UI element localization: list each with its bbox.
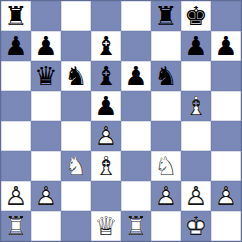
square-e4[interactable] xyxy=(121,121,151,151)
square-f7[interactable] xyxy=(151,31,181,61)
square-h5[interactable] xyxy=(211,91,241,121)
piece-black-rook[interactable]: ♜ xyxy=(151,1,181,31)
square-h8[interactable] xyxy=(211,1,241,31)
square-a7[interactable]: ♟ xyxy=(1,31,31,61)
square-f8[interactable]: ♜ xyxy=(151,1,181,31)
square-h7[interactable]: ♟ xyxy=(211,31,241,61)
piece-black-pawn[interactable]: ♟ xyxy=(91,91,121,121)
square-e2[interactable] xyxy=(121,181,151,211)
piece-outline-layer: ♖ xyxy=(1,211,31,241)
square-g3[interactable] xyxy=(181,151,211,181)
square-g6[interactable] xyxy=(181,61,211,91)
square-d1[interactable]: ♛♕ xyxy=(91,211,121,241)
piece-black-pawn[interactable]: ♟ xyxy=(1,31,31,61)
square-e3[interactable] xyxy=(121,151,151,181)
square-b5[interactable] xyxy=(31,91,61,121)
square-g7[interactable]: ♟ xyxy=(181,31,211,61)
square-a5[interactable] xyxy=(1,91,31,121)
piece-outline-layer: ♔ xyxy=(181,211,211,241)
square-h3[interactable] xyxy=(211,151,241,181)
square-e7[interactable] xyxy=(121,31,151,61)
square-a2[interactable]: ♟♙ xyxy=(1,181,31,211)
piece-black-bishop[interactable]: ♝ xyxy=(91,61,121,91)
square-b8[interactable] xyxy=(31,1,61,31)
square-e6[interactable]: ♟ xyxy=(121,61,151,91)
square-f2[interactable]: ♟♙ xyxy=(151,181,181,211)
piece-white-pawn[interactable]: ♟♙ xyxy=(91,121,121,151)
chess-board: ♜♜♚♟♟♝♟♟♛♞♝♟♞♟♝♗♟♙♞♘♝♗♞♘♟♙♟♙♟♙♟♙♟♙♜♖♛♕♜♖… xyxy=(0,0,242,242)
square-e8[interactable] xyxy=(121,1,151,31)
square-d8[interactable] xyxy=(91,1,121,31)
piece-outline-layer: ♖ xyxy=(121,211,151,241)
square-h2[interactable]: ♟♙ xyxy=(211,181,241,211)
square-a8[interactable]: ♜ xyxy=(1,1,31,31)
piece-black-knight[interactable]: ♞ xyxy=(151,61,181,91)
square-d4[interactable]: ♟♙ xyxy=(91,121,121,151)
piece-black-queen[interactable]: ♛ xyxy=(31,61,61,91)
square-c1[interactable] xyxy=(61,211,91,241)
square-f1[interactable] xyxy=(151,211,181,241)
piece-outline-layer: ♙ xyxy=(211,181,241,211)
piece-outline-layer: ♕ xyxy=(91,211,121,241)
square-a4[interactable] xyxy=(1,121,31,151)
square-f4[interactable] xyxy=(151,121,181,151)
piece-white-pawn[interactable]: ♟♙ xyxy=(211,181,241,211)
piece-white-pawn[interactable]: ♟♙ xyxy=(1,181,31,211)
square-g4[interactable] xyxy=(181,121,211,151)
piece-black-pawn[interactable]: ♟ xyxy=(121,61,151,91)
piece-black-knight[interactable]: ♞ xyxy=(61,61,91,91)
piece-black-pawn[interactable]: ♟ xyxy=(31,31,61,61)
piece-white-rook[interactable]: ♜♖ xyxy=(1,211,31,241)
piece-white-pawn[interactable]: ♟♙ xyxy=(151,181,181,211)
square-h1[interactable] xyxy=(211,211,241,241)
piece-white-knight[interactable]: ♞♘ xyxy=(151,151,181,181)
square-e1[interactable]: ♜♖ xyxy=(121,211,151,241)
piece-outline-layer: ♙ xyxy=(1,181,31,211)
square-f5[interactable] xyxy=(151,91,181,121)
piece-outline-layer: ♙ xyxy=(151,181,181,211)
piece-white-bishop[interactable]: ♝♗ xyxy=(91,151,121,181)
piece-outline-layer: ♙ xyxy=(91,121,121,151)
square-g2[interactable]: ♟♙ xyxy=(181,181,211,211)
piece-white-pawn[interactable]: ♟♙ xyxy=(181,181,211,211)
square-b1[interactable] xyxy=(31,211,61,241)
piece-outline-layer: ♙ xyxy=(181,181,211,211)
square-c7[interactable] xyxy=(61,31,91,61)
square-h6[interactable] xyxy=(211,61,241,91)
square-e5[interactable] xyxy=(121,91,151,121)
piece-white-bishop[interactable]: ♝♗ xyxy=(181,91,211,121)
square-b2[interactable]: ♟♙ xyxy=(31,181,61,211)
piece-black-pawn[interactable]: ♟ xyxy=(181,31,211,61)
square-g5[interactable]: ♝♗ xyxy=(181,91,211,121)
square-g1[interactable]: ♚♔ xyxy=(181,211,211,241)
piece-white-rook[interactable]: ♜♖ xyxy=(121,211,151,241)
square-a1[interactable]: ♜♖ xyxy=(1,211,31,241)
piece-outline-layer: ♘ xyxy=(151,151,181,181)
square-a3[interactable] xyxy=(1,151,31,181)
square-b4[interactable] xyxy=(31,121,61,151)
square-h4[interactable] xyxy=(211,121,241,151)
square-b3[interactable] xyxy=(31,151,61,181)
square-d6[interactable]: ♝ xyxy=(91,61,121,91)
square-d3[interactable]: ♝♗ xyxy=(91,151,121,181)
piece-white-king[interactable]: ♚♔ xyxy=(181,211,211,241)
square-c6[interactable]: ♞ xyxy=(61,61,91,91)
square-c5[interactable] xyxy=(61,91,91,121)
square-c2[interactable] xyxy=(61,181,91,211)
square-a6[interactable] xyxy=(1,61,31,91)
piece-black-pawn[interactable]: ♟ xyxy=(211,31,241,61)
piece-outline-layer: ♗ xyxy=(91,151,121,181)
square-c8[interactable] xyxy=(61,1,91,31)
piece-outline-layer: ♗ xyxy=(181,91,211,121)
piece-outline-layer: ♙ xyxy=(31,181,61,211)
square-b6[interactable]: ♛ xyxy=(31,61,61,91)
square-c3[interactable]: ♞♘ xyxy=(61,151,91,181)
piece-black-rook[interactable]: ♜ xyxy=(1,1,31,31)
square-d2[interactable] xyxy=(91,181,121,211)
square-c4[interactable] xyxy=(61,121,91,151)
piece-white-knight[interactable]: ♞♘ xyxy=(61,151,91,181)
piece-black-king[interactable]: ♚ xyxy=(181,1,211,31)
square-d7[interactable]: ♝ xyxy=(91,31,121,61)
square-d5[interactable]: ♟ xyxy=(91,91,121,121)
piece-white-queen[interactable]: ♛♕ xyxy=(91,211,121,241)
square-b7[interactable]: ♟ xyxy=(31,31,61,61)
piece-outline-layer: ♘ xyxy=(61,151,91,181)
square-g8[interactable]: ♚ xyxy=(181,1,211,31)
square-f3[interactable]: ♞♘ xyxy=(151,151,181,181)
piece-white-pawn[interactable]: ♟♙ xyxy=(31,181,61,211)
square-f6[interactable]: ♞ xyxy=(151,61,181,91)
piece-black-bishop[interactable]: ♝ xyxy=(91,31,121,61)
